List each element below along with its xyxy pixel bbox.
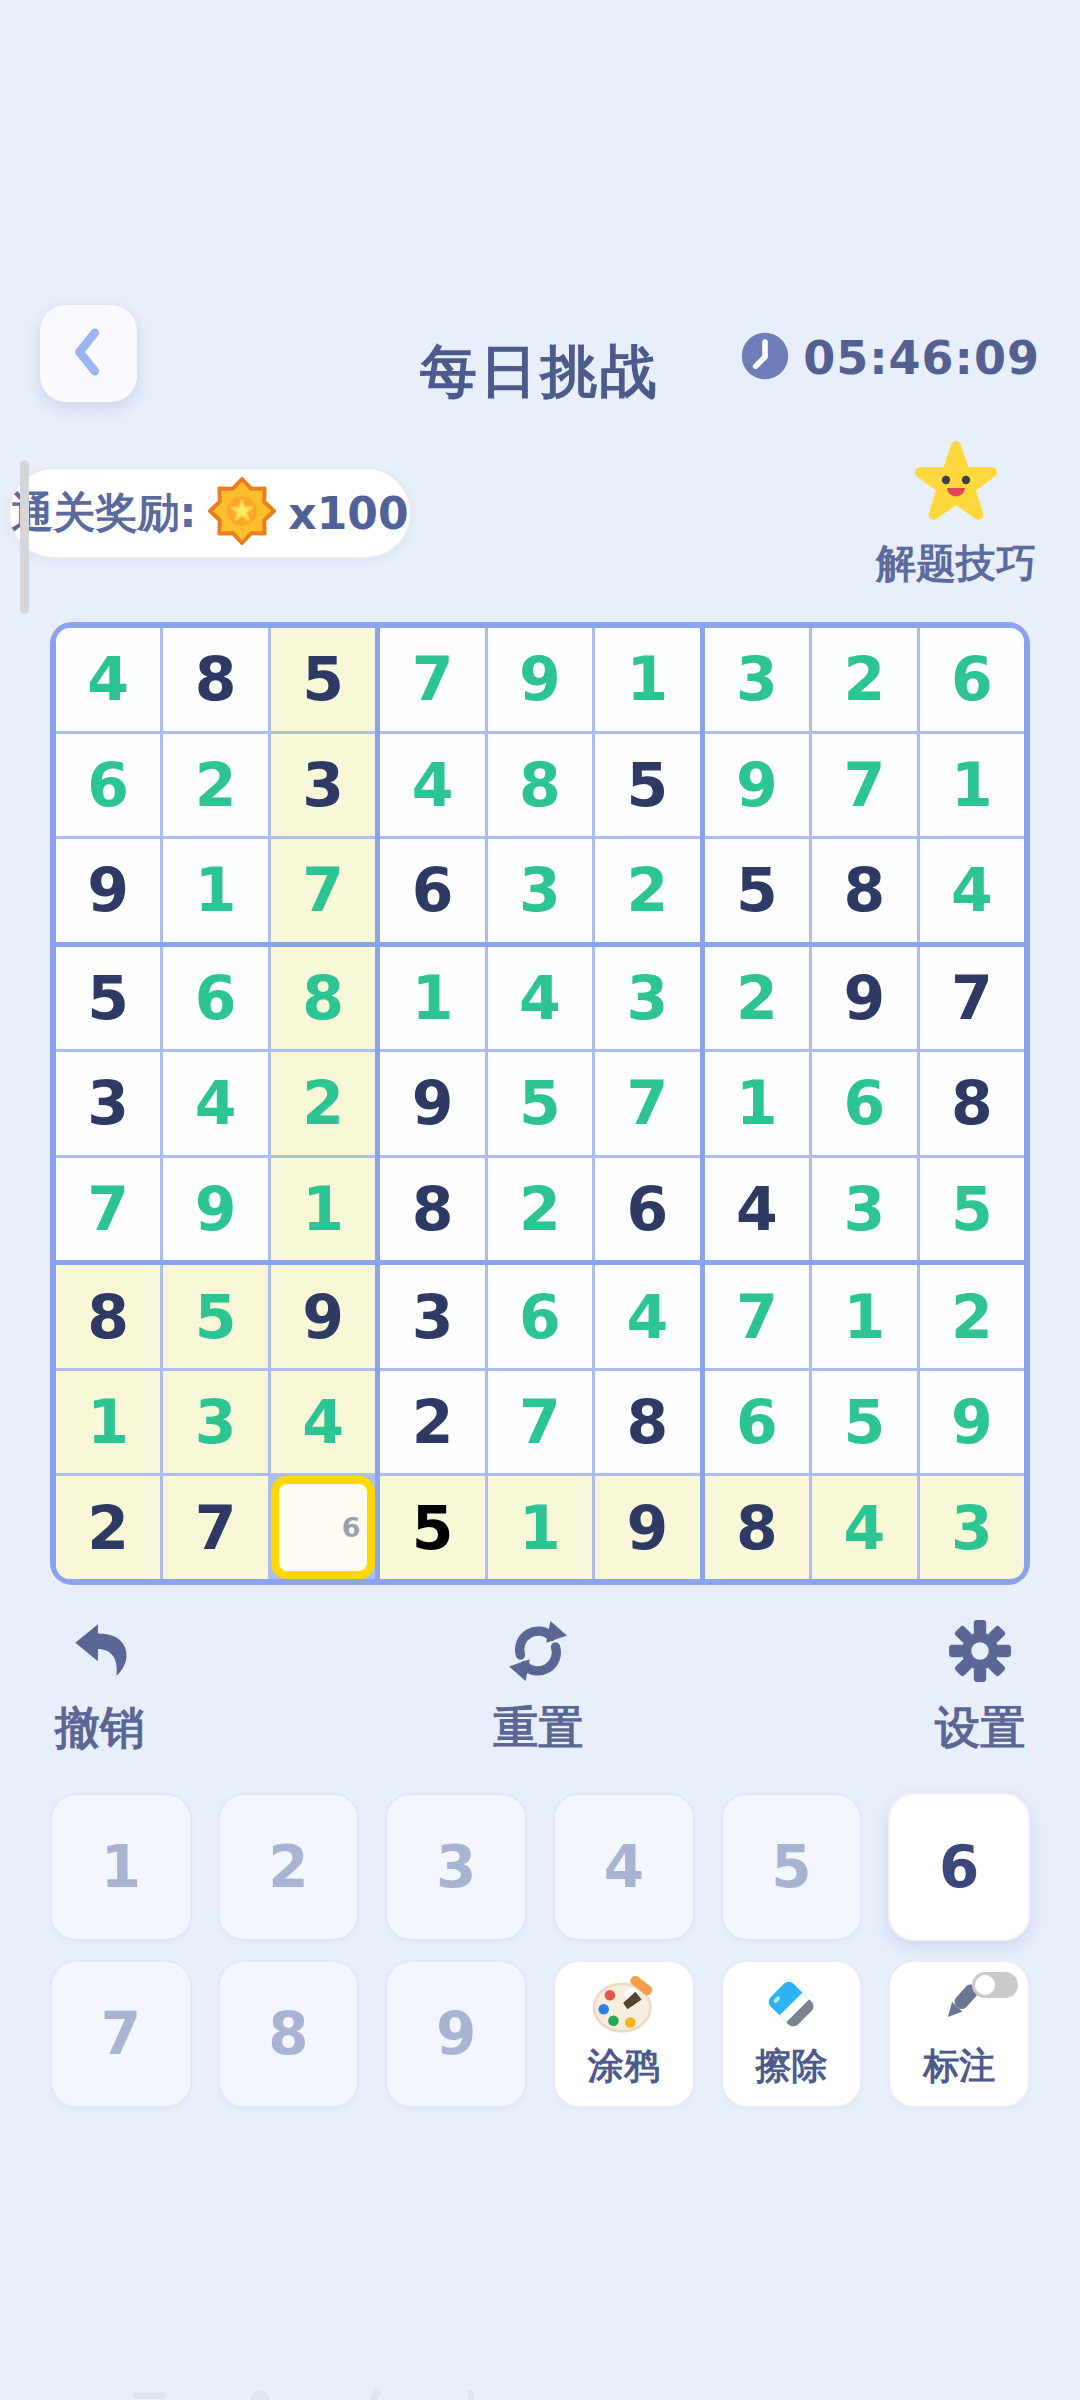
board-cell-r8c6[interactable]: 8 <box>595 1371 699 1474</box>
numpad-key-4[interactable]: 4 <box>553 1793 695 1941</box>
board-cell-r1c1[interactable]: 4 <box>56 628 160 731</box>
annotate-button[interactable]: 标注 <box>888 1960 1030 2108</box>
board-cell-r6c9[interactable]: 5 <box>920 1158 1024 1261</box>
board-cell-r1c5[interactable]: 9 <box>488 628 592 731</box>
reward-label: 通关奖励: <box>11 485 196 541</box>
board-cell-r7c7[interactable]: 7 <box>705 1265 809 1368</box>
tips-button[interactable]: 解题技巧 <box>858 438 1054 591</box>
board-cell-r8c7[interactable]: 6 <box>705 1371 809 1474</box>
board-cell-r3c1[interactable]: 9 <box>56 839 160 942</box>
sudoku-board: 4856239177914856323269715845683427911439… <box>50 622 1030 1585</box>
board-box-3: 326971584 <box>705 628 1024 942</box>
board-cell-r5c5[interactable]: 5 <box>488 1052 592 1155</box>
numpad-key-7[interactable]: 7 <box>50 1960 192 2108</box>
board-box-7: 859134276 <box>56 1265 375 1579</box>
board-cell-r1c2[interactable]: 8 <box>163 628 267 731</box>
board-cell-r2c6[interactable]: 5 <box>595 734 699 837</box>
numpad-row-2: 789 涂鸦 <box>50 1960 1030 2108</box>
board-cell-r2c4[interactable]: 4 <box>380 734 484 837</box>
board-cell-r7c6[interactable]: 4 <box>595 1265 699 1368</box>
board-cell-r9c1[interactable]: 2 <box>56 1476 160 1579</box>
numpad-key-3[interactable]: 3 <box>385 1793 527 1941</box>
reset-label: 重置 <box>493 1698 583 1758</box>
reset-icon <box>505 1618 571 1688</box>
numpad-key-6[interactable]: 6 <box>888 1793 1030 1941</box>
board-box-1: 485623917 <box>56 628 375 942</box>
board-cell-r4c4[interactable]: 1 <box>380 947 484 1050</box>
board-cell-r3c2[interactable]: 1 <box>163 839 267 942</box>
board-cell-r5c1[interactable]: 3 <box>56 1052 160 1155</box>
doodle-button[interactable]: 涂鸦 <box>553 1960 695 2108</box>
undo-button[interactable]: 撤销 <box>30 1618 170 1758</box>
board-cell-r5c8[interactable]: 6 <box>812 1052 916 1155</box>
board-cell-r2c2[interactable]: 2 <box>163 734 267 837</box>
board-cell-r5c2[interactable]: 4 <box>163 1052 267 1155</box>
board-cell-r7c2[interactable]: 5 <box>163 1265 267 1368</box>
board-box-2: 791485632 <box>380 628 699 942</box>
board-cell-r4c8[interactable]: 9 <box>812 947 916 1050</box>
board-cell-r1c7[interactable]: 3 <box>705 628 809 731</box>
doodle-label: 涂鸦 <box>588 2042 660 2091</box>
board-cell-r8c5[interactable]: 7 <box>488 1371 592 1474</box>
reward-banner: 通关奖励: x100 <box>8 467 412 559</box>
board-cell-r4c1[interactable]: 5 <box>56 947 160 1050</box>
board-cell-r6c4[interactable]: 8 <box>380 1158 484 1261</box>
board-cell-r9c3[interactable]: 6 <box>271 1476 375 1579</box>
board-cell-r4c3[interactable]: 8 <box>271 947 375 1050</box>
board-cell-r4c5[interactable]: 4 <box>488 947 592 1050</box>
annotate-label: 标注 <box>923 2042 995 2091</box>
daily-challenge-screen: 每日挑战 05:46:09 通关奖励: x100 <box>0 0 1080 2400</box>
settings-button[interactable]: 设置 <box>910 1618 1050 1758</box>
pencil-note-6: 6 <box>337 1512 365 1543</box>
board-cell-r9c7[interactable]: 8 <box>705 1476 809 1579</box>
board-cell-r9c8[interactable]: 4 <box>812 1476 916 1579</box>
erase-label: 擦除 <box>755 2042 827 2091</box>
coin-icon <box>208 477 276 549</box>
board-cell-r6c1[interactable]: 7 <box>56 1158 160 1261</box>
board-box-9: 712659843 <box>705 1265 1024 1579</box>
board-cell-r5c4[interactable]: 9 <box>380 1052 484 1155</box>
reward-amount: x100 <box>288 488 408 539</box>
numpad-key-5[interactable]: 5 <box>721 1793 863 1941</box>
board-cell-r8c1[interactable]: 1 <box>56 1371 160 1474</box>
board-cell-r3c3[interactable]: 7 <box>271 839 375 942</box>
board-cell-r9c2[interactable]: 7 <box>163 1476 267 1579</box>
board-cell-r2c1[interactable]: 6 <box>56 734 160 837</box>
board-cell-r6c3[interactable]: 1 <box>271 1158 375 1261</box>
board-cell-r2c8[interactable]: 7 <box>812 734 916 837</box>
board-cell-r4c2[interactable]: 6 <box>163 947 267 1050</box>
timer: 05:46:09 <box>739 330 1040 386</box>
board-cell-r5c3[interactable]: 2 <box>271 1052 375 1155</box>
board-cell-r7c5[interactable]: 6 <box>488 1265 592 1368</box>
board-cell-r6c7[interactable]: 4 <box>705 1158 809 1261</box>
board-cell-r7c3[interactable]: 9 <box>271 1265 375 1368</box>
board-cell-r5c7[interactable]: 1 <box>705 1052 809 1155</box>
eraser-icon <box>761 1974 821 2038</box>
board-cell-r6c6[interactable]: 6 <box>595 1158 699 1261</box>
numpad-key-9[interactable]: 9 <box>385 1960 527 2108</box>
board-cell-r2c9[interactable]: 1 <box>920 734 1024 837</box>
board-cell-r4c9[interactable]: 7 <box>920 947 1024 1050</box>
board-cell-r8c8[interactable]: 5 <box>812 1371 916 1474</box>
board-cell-r8c2[interactable]: 3 <box>163 1371 267 1474</box>
undo-label: 撤销 <box>55 1698 145 1758</box>
nav-hint <box>0 2384 1080 2400</box>
board-box-8: 364278519 <box>380 1265 699 1579</box>
board-cell-r4c7[interactable]: 2 <box>705 947 809 1050</box>
board-cell-r3c7[interactable]: 5 <box>705 839 809 942</box>
board-cell-r8c3[interactable]: 4 <box>271 1371 375 1474</box>
board-cell-r9c9[interactable]: 3 <box>920 1476 1024 1579</box>
tips-label: 解题技巧 <box>876 536 1036 591</box>
board-cell-r2c5[interactable]: 8 <box>488 734 592 837</box>
board-box-4: 568342791 <box>56 947 375 1261</box>
board-cell-r5c9[interactable]: 8 <box>920 1052 1024 1155</box>
board-cell-r6c2[interactable]: 9 <box>163 1158 267 1261</box>
board-cell-r9c6[interactable]: 9 <box>595 1476 699 1579</box>
board-cell-r6c8[interactable]: 3 <box>812 1158 916 1261</box>
numpad-key-1[interactable]: 1 <box>50 1793 192 1941</box>
board-cell-r2c7[interactable]: 9 <box>705 734 809 837</box>
board-cell-r9c5[interactable]: 1 <box>488 1476 592 1579</box>
board-cell-r3c9[interactable]: 4 <box>920 839 1024 942</box>
star-face-icon <box>912 438 1000 526</box>
board-cell-r2c3[interactable]: 3 <box>271 734 375 837</box>
pencil-notes: 6 <box>281 1486 365 1569</box>
board-box-5: 143957826 <box>380 947 699 1261</box>
board-cell-r9c4[interactable]: 5 <box>380 1476 484 1579</box>
board-box-6: 297168435 <box>705 947 1024 1261</box>
board-cell-r4c6[interactable]: 3 <box>595 947 699 1050</box>
sudoku-board-inner: 4856239177914856323269715845683427911439… <box>56 628 1024 1579</box>
board-cell-r7c4[interactable]: 3 <box>380 1265 484 1368</box>
board-cell-r1c4[interactable]: 7 <box>380 628 484 731</box>
board-cell-r3c5[interactable]: 3 <box>488 839 592 942</box>
board-cell-r1c3[interactable]: 5 <box>271 628 375 731</box>
board-cell-r3c8[interactable]: 8 <box>812 839 916 942</box>
numpad-row-1: 123456 <box>50 1793 1030 1941</box>
numpad-key-2[interactable]: 2 <box>218 1793 360 1941</box>
numpad-key-8[interactable]: 8 <box>218 1960 360 2108</box>
board-cell-r3c6[interactable]: 2 <box>595 839 699 942</box>
gear-icon <box>947 1618 1013 1688</box>
banner-pole <box>20 460 29 614</box>
settings-label: 设置 <box>935 1698 1025 1758</box>
board-cell-r1c6[interactable]: 1 <box>595 628 699 731</box>
clock-icon <box>739 330 791 386</box>
board-cell-r3c4[interactable]: 6 <box>380 839 484 942</box>
board-cell-r1c9[interactable]: 6 <box>920 628 1024 731</box>
timer-value: 05:46:09 <box>803 331 1040 385</box>
board-cell-r1c8[interactable]: 2 <box>812 628 916 731</box>
board-cell-r7c9[interactable]: 2 <box>920 1265 1024 1368</box>
board-cell-r7c8[interactable]: 1 <box>812 1265 916 1368</box>
board-cell-r8c4[interactable]: 2 <box>380 1371 484 1474</box>
palette-icon <box>587 1974 661 2038</box>
board-cell-r8c9[interactable]: 9 <box>920 1371 1024 1474</box>
undo-icon <box>67 1618 133 1688</box>
reset-button[interactable]: 重置 <box>468 1618 608 1758</box>
board-cell-r5c6[interactable]: 7 <box>595 1052 699 1155</box>
board-cell-r7c1[interactable]: 8 <box>56 1265 160 1368</box>
board-cell-r6c5[interactable]: 2 <box>488 1158 592 1261</box>
erase-button[interactable]: 擦除 <box>721 1960 863 2108</box>
annotate-toggle[interactable] <box>972 1972 1018 1998</box>
